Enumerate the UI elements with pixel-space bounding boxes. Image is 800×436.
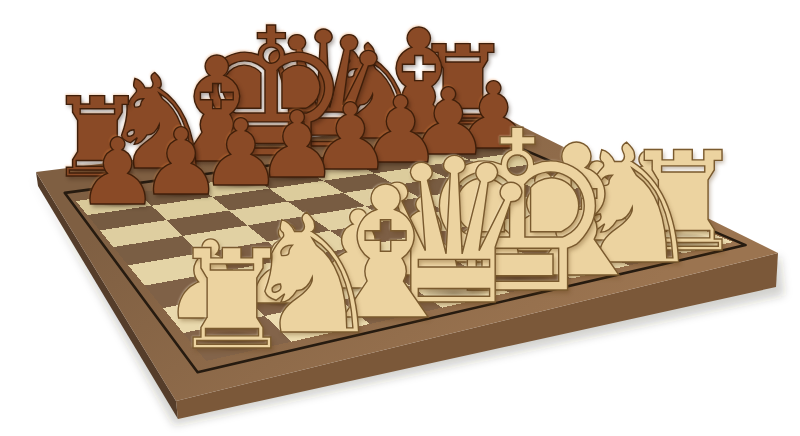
chess-pieces-layer: ♜♝♞♛♟♚♟♝♟♞♟♜♟♟♟♟♟♟♜♟♞♟♝♟♚♟♛♟♝♟♞♜ [0, 0, 800, 436]
black-pawn-a7[interactable]: ♟ [72, 126, 164, 218]
white-rook-a1[interactable]: ♜ [163, 232, 301, 370]
chess-set-photo: ♜♝♞♛♟♚♟♝♟♞♟♜♟♟♟♟♟♟♜♟♞♟♝♟♚♟♛♟♝♟♞♜ [0, 0, 800, 436]
